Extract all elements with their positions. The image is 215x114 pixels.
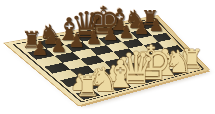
piece-black-pawn-d7[interactable]: ♟ [86, 29, 103, 47]
piece-black-pawn-b7[interactable]: ♟ [50, 35, 67, 54]
piece-black-pawn-h7[interactable]: ♟ [149, 17, 165, 34]
piece-black-pawn-a7[interactable]: ♟ [31, 39, 48, 58]
piece-white-rook-a1[interactable]: ♜ [75, 72, 100, 100]
piece-black-pawn-c7[interactable]: ♟ [68, 32, 85, 51]
chess-set-photo: ♜♞♝♛♚♝♞♜♟♟♟♟♟♟♟♟♟♟♟♟♟♟♟♟♜♞♝♛♚♝♞♜ [0, 0, 215, 114]
piece-black-pawn-e7[interactable]: ♟ [102, 26, 118, 44]
pieces-layer: ♜♞♝♛♚♝♞♜♟♟♟♟♟♟♟♟♟♟♟♟♟♟♟♟♜♞♝♛♚♝♞♜ [0, 0, 215, 114]
